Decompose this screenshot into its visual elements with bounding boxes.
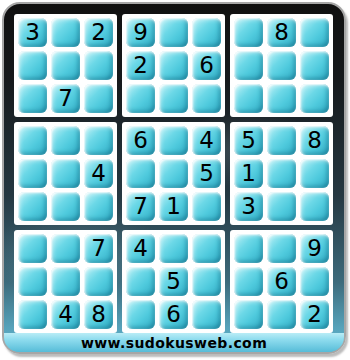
sudoku-cell-r1c1[interactable]: 3 xyxy=(18,18,47,47)
sudoku-cell-r9c7[interactable] xyxy=(234,300,263,329)
sudoku-cell-r6c4[interactable]: 7 xyxy=(126,192,155,221)
sudoku-box-2: 926 xyxy=(122,14,225,117)
sudoku-cell-r6c2[interactable] xyxy=(51,192,80,221)
sudoku-box-9: 962 xyxy=(230,230,333,333)
sudoku-cell-r7c9[interactable]: 9 xyxy=(300,234,329,263)
sudoku-cell-r7c2[interactable] xyxy=(51,234,80,263)
sudoku-cell-r9c2[interactable]: 4 xyxy=(51,300,80,329)
sudoku-cell-r5c2[interactable] xyxy=(51,159,80,188)
sudoku-cell-r2c6[interactable]: 6 xyxy=(192,51,221,80)
sudoku-cell-r8c3[interactable] xyxy=(84,267,113,296)
sudoku-cell-r9c9[interactable]: 2 xyxy=(300,300,329,329)
sudoku-cell-r8c4[interactable] xyxy=(126,267,155,296)
sudoku-cell-r8c6[interactable] xyxy=(192,267,221,296)
sudoku-cell-r3c4[interactable] xyxy=(126,84,155,113)
sudoku-cell-r8c5[interactable]: 5 xyxy=(159,267,188,296)
sudoku-cell-r3c1[interactable] xyxy=(18,84,47,113)
sudoku-cell-r2c9[interactable] xyxy=(300,51,329,80)
sudoku-cell-r2c3[interactable] xyxy=(84,51,113,80)
sudoku-cell-r4c7[interactable]: 5 xyxy=(234,126,263,155)
sudoku-cell-r4c3[interactable] xyxy=(84,126,113,155)
sudoku-cell-r2c7[interactable] xyxy=(234,51,263,80)
sudoku-cell-r5c4[interactable] xyxy=(126,159,155,188)
sudoku-cell-r4c5[interactable] xyxy=(159,126,188,155)
sudoku-cell-r9c5[interactable]: 6 xyxy=(159,300,188,329)
sudoku-cell-r6c7[interactable]: 3 xyxy=(234,192,263,221)
sudoku-cell-r6c1[interactable] xyxy=(18,192,47,221)
sudoku-cell-r1c2[interactable] xyxy=(51,18,80,47)
sudoku-cell-r9c8[interactable] xyxy=(267,300,296,329)
sudoku-box-8: 456 xyxy=(122,230,225,333)
sudoku-cell-r1c5[interactable] xyxy=(159,18,188,47)
sudoku-board: 32792684645715813748456962 www.sudokuswe… xyxy=(2,2,346,354)
sudoku-cell-r3c5[interactable] xyxy=(159,84,188,113)
sudoku-cell-r8c8[interactable]: 6 xyxy=(267,267,296,296)
sudoku-box-6: 5813 xyxy=(230,122,333,225)
sudoku-cell-r4c9[interactable]: 8 xyxy=(300,126,329,155)
sudoku-cell-r9c1[interactable] xyxy=(18,300,47,329)
sudoku-cell-r2c2[interactable] xyxy=(51,51,80,80)
sudoku-box-5: 64571 xyxy=(122,122,225,225)
sudoku-grid: 32792684645715813748456962 xyxy=(14,14,333,333)
sudoku-cell-r5c9[interactable] xyxy=(300,159,329,188)
sudoku-cell-r3c3[interactable] xyxy=(84,84,113,113)
sudoku-cell-r6c5[interactable]: 1 xyxy=(159,192,188,221)
sudoku-cell-r7c3[interactable]: 7 xyxy=(84,234,113,263)
sudoku-cell-r2c1[interactable] xyxy=(18,51,47,80)
sudoku-cell-r6c8[interactable] xyxy=(267,192,296,221)
sudoku-cell-r5c8[interactable] xyxy=(267,159,296,188)
sudoku-cell-r6c6[interactable] xyxy=(192,192,221,221)
sudoku-cell-r9c3[interactable]: 8 xyxy=(84,300,113,329)
sudoku-cell-r1c7[interactable] xyxy=(234,18,263,47)
sudoku-box-4: 4 xyxy=(14,122,117,225)
sudoku-cell-r4c8[interactable] xyxy=(267,126,296,155)
sudoku-cell-r4c1[interactable] xyxy=(18,126,47,155)
sudoku-box-3: 8 xyxy=(230,14,333,117)
sudoku-cell-r5c6[interactable]: 5 xyxy=(192,159,221,188)
sudoku-cell-r6c3[interactable] xyxy=(84,192,113,221)
sudoku-cell-r7c7[interactable] xyxy=(234,234,263,263)
sudoku-cell-r8c9[interactable] xyxy=(300,267,329,296)
sudoku-cell-r1c3[interactable]: 2 xyxy=(84,18,113,47)
sudoku-cell-r1c8[interactable]: 8 xyxy=(267,18,296,47)
site-url: www.sudokusweb.com xyxy=(81,335,267,351)
sudoku-cell-r1c4[interactable]: 9 xyxy=(126,18,155,47)
sudoku-cell-r3c2[interactable]: 7 xyxy=(51,84,80,113)
sudoku-cell-r7c5[interactable] xyxy=(159,234,188,263)
sudoku-cell-r3c8[interactable] xyxy=(267,84,296,113)
sudoku-cell-r5c1[interactable] xyxy=(18,159,47,188)
sudoku-cell-r5c7[interactable]: 1 xyxy=(234,159,263,188)
sudoku-cell-r3c7[interactable] xyxy=(234,84,263,113)
sudoku-cell-r1c6[interactable] xyxy=(192,18,221,47)
sudoku-cell-r2c8[interactable] xyxy=(267,51,296,80)
sudoku-cell-r3c6[interactable] xyxy=(192,84,221,113)
sudoku-cell-r3c9[interactable] xyxy=(300,84,329,113)
sudoku-cell-r4c6[interactable]: 4 xyxy=(192,126,221,155)
sudoku-cell-r7c1[interactable] xyxy=(18,234,47,263)
sudoku-cell-r9c6[interactable] xyxy=(192,300,221,329)
sudoku-cell-r6c9[interactable] xyxy=(300,192,329,221)
footer-bar: www.sudokusweb.com xyxy=(4,333,344,352)
sudoku-cell-r7c8[interactable] xyxy=(267,234,296,263)
sudoku-cell-r8c7[interactable] xyxy=(234,267,263,296)
sudoku-cell-r5c5[interactable] xyxy=(159,159,188,188)
sudoku-cell-r4c2[interactable] xyxy=(51,126,80,155)
sudoku-cell-r5c3[interactable]: 4 xyxy=(84,159,113,188)
sudoku-cell-r9c4[interactable] xyxy=(126,300,155,329)
sudoku-cell-r2c5[interactable] xyxy=(159,51,188,80)
sudoku-cell-r8c2[interactable] xyxy=(51,267,80,296)
sudoku-cell-r7c6[interactable] xyxy=(192,234,221,263)
sudoku-cell-r7c4[interactable]: 4 xyxy=(126,234,155,263)
sudoku-box-1: 327 xyxy=(14,14,117,117)
sudoku-cell-r1c9[interactable] xyxy=(300,18,329,47)
sudoku-cell-r4c4[interactable]: 6 xyxy=(126,126,155,155)
sudoku-cell-r8c1[interactable] xyxy=(18,267,47,296)
sudoku-cell-r2c4[interactable]: 2 xyxy=(126,51,155,80)
sudoku-box-7: 748 xyxy=(14,230,117,333)
